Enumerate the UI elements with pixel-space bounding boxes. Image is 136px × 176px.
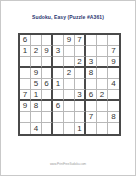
sudoku-cell-r1c8 bbox=[97, 35, 108, 46]
sudoku-cell-r1c2 bbox=[31, 35, 42, 46]
sudoku-cell-r8c6 bbox=[75, 112, 86, 123]
sudoku-cell-r2c9: 7 bbox=[108, 46, 119, 57]
sudoku-cell-r9c7 bbox=[86, 123, 97, 134]
sudoku-cell-r5c2: 5 bbox=[31, 79, 42, 90]
sudoku-cell-r3c4 bbox=[53, 57, 64, 68]
sudoku-cell-r8c4 bbox=[53, 112, 64, 123]
sudoku-cell-r5c1 bbox=[20, 79, 31, 90]
sudoku-cell-r7c6 bbox=[75, 101, 86, 112]
sudoku-cell-r8c2 bbox=[31, 112, 42, 123]
sudoku-cell-r1c4 bbox=[53, 35, 64, 46]
sudoku-cell-r6c2: 1 bbox=[31, 90, 42, 101]
sudoku-cell-r7c7 bbox=[86, 101, 97, 112]
sudoku-cell-r2c4: 3 bbox=[53, 46, 64, 57]
sudoku-cell-r9c6: 1 bbox=[75, 123, 86, 134]
sudoku-cell-r9c9 bbox=[108, 123, 119, 134]
sudoku-cell-r9c1 bbox=[20, 123, 31, 134]
sudoku-cell-r2c8 bbox=[97, 46, 108, 57]
puzzle-title: Sudoku, Easy (Puzzle #A361) bbox=[1, 14, 135, 20]
sudoku-cell-r2c6 bbox=[75, 46, 86, 57]
sudoku-cell-r5c3: 6 bbox=[42, 79, 53, 90]
sudoku-cell-r6c4 bbox=[53, 90, 64, 101]
sudoku-cell-r7c4: 6 bbox=[53, 101, 64, 112]
sudoku-cell-r9c8 bbox=[97, 123, 108, 134]
sudoku-cell-r3c7: 3 bbox=[86, 57, 97, 68]
footer-url: www.PrintFreeSudoku.com bbox=[1, 162, 135, 166]
sudoku-cell-r8c7: 7 bbox=[86, 112, 97, 123]
sudoku-cell-r8c1 bbox=[20, 112, 31, 123]
sudoku-cell-r4c5: 2 bbox=[64, 68, 75, 79]
sudoku-cell-r7c3 bbox=[42, 101, 53, 112]
sudoku-cell-r6c6: 3 bbox=[75, 90, 86, 101]
sudoku-cell-r4c3 bbox=[42, 68, 53, 79]
sudoku-cell-r2c5 bbox=[64, 46, 75, 57]
sudoku-cell-r1c5: 9 bbox=[64, 35, 75, 46]
sudoku-cell-r9c5 bbox=[64, 123, 75, 134]
sudoku-cell-r8c9: 8 bbox=[108, 112, 119, 123]
sudoku-cell-r2c7 bbox=[86, 46, 97, 57]
sudoku-cell-r6c5 bbox=[64, 90, 75, 101]
sudoku-cell-r9c4 bbox=[53, 123, 64, 134]
sudoku-cell-r4c1 bbox=[20, 68, 31, 79]
sudoku-cell-r8c3 bbox=[42, 112, 53, 123]
sudoku-cell-r7c5 bbox=[64, 101, 75, 112]
sudoku-puzzle-page: Sudoku, Easy (Puzzle #A361) 697129372399… bbox=[0, 0, 136, 176]
sudoku-cell-r3c3 bbox=[42, 57, 53, 68]
sudoku-cell-r7c2: 8 bbox=[31, 101, 42, 112]
sudoku-cell-r3c9: 9 bbox=[108, 57, 119, 68]
sudoku-cell-r4c8 bbox=[97, 68, 108, 79]
sudoku-cell-r3c8 bbox=[97, 57, 108, 68]
sudoku-cell-r2c3: 9 bbox=[42, 46, 53, 57]
sudoku-cell-r6c3 bbox=[42, 90, 53, 101]
sudoku-cell-r1c3 bbox=[42, 35, 53, 46]
sudoku-cell-r5c6 bbox=[75, 79, 86, 90]
sudoku-cell-r4c6 bbox=[75, 68, 86, 79]
sudoku-cell-r6c9 bbox=[108, 90, 119, 101]
sudoku-cell-r5c7 bbox=[86, 79, 97, 90]
sudoku-cell-r6c7: 6 bbox=[86, 90, 97, 101]
sudoku-cell-r1c7 bbox=[86, 35, 97, 46]
sudoku-cell-r3c5 bbox=[64, 57, 75, 68]
sudoku-grid: 697129372399285614713629867841 bbox=[18, 33, 121, 136]
sudoku-cell-r7c1: 9 bbox=[20, 101, 31, 112]
sudoku-cell-r2c2: 2 bbox=[31, 46, 42, 57]
sudoku-cell-r8c8 bbox=[97, 112, 108, 123]
sudoku-cell-r3c1 bbox=[20, 57, 31, 68]
sudoku-cell-r3c6: 2 bbox=[75, 57, 86, 68]
sudoku-cell-r9c2: 4 bbox=[31, 123, 42, 134]
sudoku-cell-r4c9 bbox=[108, 68, 119, 79]
sudoku-cell-r5c9: 4 bbox=[108, 79, 119, 90]
sudoku-cell-r1c9 bbox=[108, 35, 119, 46]
sudoku-cell-r7c8 bbox=[97, 101, 108, 112]
sudoku-cell-r4c7: 8 bbox=[86, 68, 97, 79]
sudoku-cell-r7c9 bbox=[108, 101, 119, 112]
sudoku-cell-r5c5 bbox=[64, 79, 75, 90]
sudoku-cell-r2c1: 1 bbox=[20, 46, 31, 57]
sudoku-cell-r3c2 bbox=[31, 57, 42, 68]
sudoku-cell-r6c8: 2 bbox=[97, 90, 108, 101]
sudoku-cell-r1c6: 7 bbox=[75, 35, 86, 46]
sudoku-cell-r1c1: 6 bbox=[20, 35, 31, 46]
sudoku-cell-r6c1: 7 bbox=[20, 90, 31, 101]
sudoku-cell-r9c3 bbox=[42, 123, 53, 134]
sudoku-cell-r5c4: 1 bbox=[53, 79, 64, 90]
sudoku-cell-r4c2: 9 bbox=[31, 68, 42, 79]
sudoku-cell-r8c5 bbox=[64, 112, 75, 123]
sudoku-cell-r5c8 bbox=[97, 79, 108, 90]
sudoku-cell-r4c4 bbox=[53, 68, 64, 79]
